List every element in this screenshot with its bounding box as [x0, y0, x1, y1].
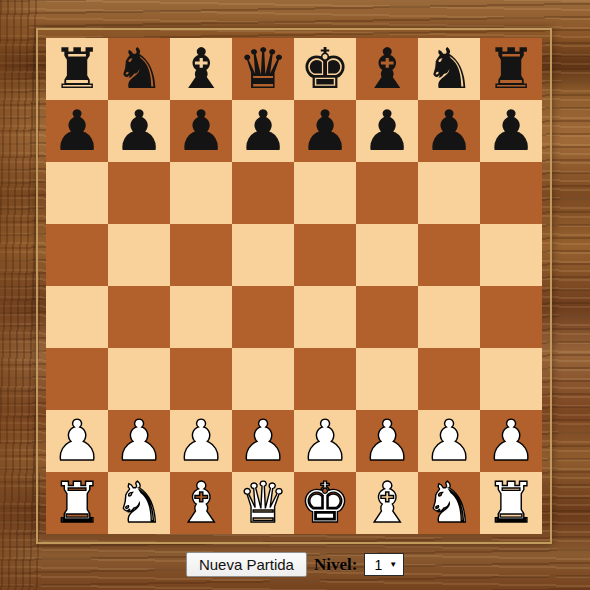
square-h2[interactable]: ♟: [480, 410, 542, 472]
piece-black-pawn[interactable]: ♟: [176, 100, 226, 162]
square-f1[interactable]: ♝: [356, 472, 418, 534]
square-d2[interactable]: ♟: [232, 410, 294, 472]
square-c2[interactable]: ♟: [170, 410, 232, 472]
square-c3[interactable]: [170, 348, 232, 410]
square-b2[interactable]: ♟: [108, 410, 170, 472]
square-d3[interactable]: [232, 348, 294, 410]
piece-white-pawn[interactable]: ♟: [114, 410, 164, 472]
square-e4[interactable]: [294, 286, 356, 348]
square-g8[interactable]: ♞: [418, 38, 480, 100]
level-label: Nivel:: [314, 555, 357, 575]
piece-black-knight[interactable]: ♞: [114, 38, 164, 100]
square-b6[interactable]: [108, 162, 170, 224]
piece-white-pawn[interactable]: ♟: [424, 410, 474, 472]
square-c7[interactable]: ♟: [170, 100, 232, 162]
square-b7[interactable]: ♟: [108, 100, 170, 162]
piece-white-pawn[interactable]: ♟: [52, 410, 102, 472]
square-d4[interactable]: [232, 286, 294, 348]
piece-black-pawn[interactable]: ♟: [424, 100, 474, 162]
square-c1[interactable]: ♝: [170, 472, 232, 534]
piece-white-pawn[interactable]: ♟: [238, 410, 288, 472]
piece-black-bishop[interactable]: ♝: [176, 38, 226, 100]
controls-bar: Nueva Partida Nivel: 1 ▼: [0, 552, 590, 577]
square-e1[interactable]: ♚: [294, 472, 356, 534]
square-e3[interactable]: [294, 348, 356, 410]
square-c8[interactable]: ♝: [170, 38, 232, 100]
square-e7[interactable]: ♟: [294, 100, 356, 162]
piece-white-bishop[interactable]: ♝: [176, 472, 226, 534]
level-select-value: 1: [374, 557, 382, 573]
square-g3[interactable]: [418, 348, 480, 410]
square-f8[interactable]: ♝: [356, 38, 418, 100]
piece-white-pawn[interactable]: ♟: [362, 410, 412, 472]
square-a2[interactable]: ♟: [46, 410, 108, 472]
square-g2[interactable]: ♟: [418, 410, 480, 472]
square-d7[interactable]: ♟: [232, 100, 294, 162]
square-h3[interactable]: [480, 348, 542, 410]
square-d8[interactable]: ♛: [232, 38, 294, 100]
square-h4[interactable]: [480, 286, 542, 348]
square-e5[interactable]: [294, 224, 356, 286]
square-e8[interactable]: ♚: [294, 38, 356, 100]
square-c5[interactable]: [170, 224, 232, 286]
piece-white-knight[interactable]: ♞: [424, 472, 474, 534]
piece-white-bishop[interactable]: ♝: [362, 472, 412, 534]
piece-white-queen[interactable]: ♛: [238, 472, 288, 534]
new-game-button[interactable]: Nueva Partida: [186, 552, 307, 577]
square-h5[interactable]: [480, 224, 542, 286]
square-b1[interactable]: ♞: [108, 472, 170, 534]
level-select[interactable]: 1 ▼: [364, 553, 404, 576]
piece-white-pawn[interactable]: ♟: [176, 410, 226, 472]
square-h1[interactable]: ♜: [480, 472, 542, 534]
square-a8[interactable]: ♜: [46, 38, 108, 100]
piece-black-rook[interactable]: ♜: [486, 38, 536, 100]
chess-board-frame: ♜♞♝♛♚♝♞♜♟♟♟♟♟♟♟♟♟♟♟♟♟♟♟♟♜♞♝♛♚♝♞♜: [36, 28, 552, 544]
square-b3[interactable]: [108, 348, 170, 410]
piece-black-knight[interactable]: ♞: [424, 38, 474, 100]
square-f2[interactable]: ♟: [356, 410, 418, 472]
square-f6[interactable]: [356, 162, 418, 224]
square-c4[interactable]: [170, 286, 232, 348]
piece-black-rook[interactable]: ♜: [52, 38, 102, 100]
dropdown-arrow-icon: ▼: [389, 560, 397, 569]
piece-black-pawn[interactable]: ♟: [238, 100, 288, 162]
piece-white-rook[interactable]: ♜: [52, 472, 102, 534]
square-a6[interactable]: [46, 162, 108, 224]
piece-black-pawn[interactable]: ♟: [486, 100, 536, 162]
square-h6[interactable]: [480, 162, 542, 224]
chess-app: ♜♞♝♛♚♝♞♜♟♟♟♟♟♟♟♟♟♟♟♟♟♟♟♟♜♞♝♛♚♝♞♜ Nueva P…: [0, 0, 590, 590]
piece-white-king[interactable]: ♚: [300, 472, 350, 534]
piece-black-pawn[interactable]: ♟: [300, 100, 350, 162]
square-h8[interactable]: ♜: [480, 38, 542, 100]
square-g1[interactable]: ♞: [418, 472, 480, 534]
square-f3[interactable]: [356, 348, 418, 410]
square-b8[interactable]: ♞: [108, 38, 170, 100]
square-g5[interactable]: [418, 224, 480, 286]
square-a5[interactable]: [46, 224, 108, 286]
square-g4[interactable]: [418, 286, 480, 348]
piece-white-pawn[interactable]: ♟: [300, 410, 350, 472]
piece-black-pawn[interactable]: ♟: [114, 100, 164, 162]
square-d1[interactable]: ♛: [232, 472, 294, 534]
square-c6[interactable]: [170, 162, 232, 224]
piece-black-bishop[interactable]: ♝: [362, 38, 412, 100]
wood-grain-texture: [0, 0, 40, 590]
piece-black-queen[interactable]: ♛: [238, 38, 288, 100]
piece-black-king[interactable]: ♚: [300, 38, 350, 100]
square-e6[interactable]: [294, 162, 356, 224]
piece-white-rook[interactable]: ♜: [486, 472, 536, 534]
square-a4[interactable]: [46, 286, 108, 348]
square-b5[interactable]: [108, 224, 170, 286]
square-b4[interactable]: [108, 286, 170, 348]
piece-black-pawn[interactable]: ♟: [52, 100, 102, 162]
piece-white-knight[interactable]: ♞: [114, 472, 164, 534]
piece-black-pawn[interactable]: ♟: [362, 100, 412, 162]
square-f5[interactable]: [356, 224, 418, 286]
piece-white-pawn[interactable]: ♟: [486, 410, 536, 472]
square-g7[interactable]: ♟: [418, 100, 480, 162]
square-g6[interactable]: [418, 162, 480, 224]
chess-board: ♜♞♝♛♚♝♞♜♟♟♟♟♟♟♟♟♟♟♟♟♟♟♟♟♜♞♝♛♚♝♞♜: [46, 38, 542, 534]
square-d6[interactable]: [232, 162, 294, 224]
square-a1[interactable]: ♜: [46, 472, 108, 534]
square-f4[interactable]: [356, 286, 418, 348]
square-d5[interactable]: [232, 224, 294, 286]
square-a7[interactable]: ♟: [46, 100, 108, 162]
square-h7[interactable]: ♟: [480, 100, 542, 162]
square-e2[interactable]: ♟: [294, 410, 356, 472]
square-a3[interactable]: [46, 348, 108, 410]
square-f7[interactable]: ♟: [356, 100, 418, 162]
